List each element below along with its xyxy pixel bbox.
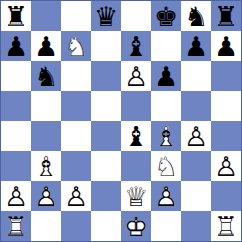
- chess-board-container: ♜♛♚♞♜♟♟♞♘♝♟♟♞♟♙♟♝♝♗♟♙♝♗♞♘♟♙♟♙♟♙♟♙♛♕♟♙♜♖♚…: [0, 0, 242, 242]
- square-a7[interactable]: ♟: [1, 31, 31, 61]
- square-d5[interactable]: [91, 91, 121, 121]
- square-f5[interactable]: [151, 91, 181, 121]
- square-e3[interactable]: [121, 151, 151, 181]
- piece-solid-glyph: ♝: [121, 31, 151, 61]
- square-f7[interactable]: [151, 31, 181, 61]
- black-rook-piece: ♜: [1, 1, 31, 31]
- square-f3[interactable]: ♞♘: [151, 151, 181, 181]
- square-h2[interactable]: [211, 181, 241, 211]
- piece-fill-glyph: ♟: [1, 181, 31, 211]
- white-queen-piece: ♛♕: [121, 181, 151, 211]
- square-a1[interactable]: ♜♖: [1, 211, 31, 241]
- square-h3[interactable]: ♟♙: [211, 151, 241, 181]
- square-g2[interactable]: [181, 181, 211, 211]
- piece-fill-glyph: ♝: [151, 121, 181, 151]
- black-pawn-piece: ♟: [31, 31, 61, 61]
- black-bishop-piece: ♝: [121, 31, 151, 61]
- square-c5[interactable]: [61, 91, 91, 121]
- black-rook-piece: ♜: [211, 1, 241, 31]
- piece-fill-glyph: ♟: [211, 151, 241, 181]
- piece-outline-glyph: ♙: [211, 151, 241, 181]
- square-e1[interactable]: ♚♔: [121, 211, 151, 241]
- square-g8[interactable]: ♞: [181, 1, 211, 31]
- square-g3[interactable]: [181, 151, 211, 181]
- piece-fill-glyph: ♝: [31, 151, 61, 181]
- square-c4[interactable]: [61, 121, 91, 151]
- square-c8[interactable]: [61, 1, 91, 31]
- piece-solid-glyph: ♟: [151, 61, 181, 91]
- square-b1[interactable]: [31, 211, 61, 241]
- piece-outline-glyph: ♙: [151, 181, 181, 211]
- square-f8[interactable]: ♚: [151, 1, 181, 31]
- square-d3[interactable]: [91, 151, 121, 181]
- square-e4[interactable]: ♝: [121, 121, 151, 151]
- square-b3[interactable]: ♝♗: [31, 151, 61, 181]
- piece-fill-glyph: ♟: [121, 61, 151, 91]
- white-pawn-piece: ♟♙: [181, 121, 211, 151]
- piece-solid-glyph: ♛: [91, 1, 121, 31]
- piece-fill-glyph: ♞: [61, 31, 91, 61]
- black-knight-piece: ♞: [181, 1, 211, 31]
- square-d1[interactable]: [91, 211, 121, 241]
- white-rook-piece: ♜♖: [211, 211, 241, 241]
- white-pawn-piece: ♟♙: [1, 181, 31, 211]
- square-d4[interactable]: [91, 121, 121, 151]
- piece-solid-glyph: ♟: [181, 31, 211, 61]
- square-h6[interactable]: [211, 61, 241, 91]
- piece-outline-glyph: ♙: [181, 121, 211, 151]
- black-king-piece: ♚: [151, 1, 181, 31]
- piece-outline-glyph: ♖: [1, 211, 31, 241]
- black-pawn-piece: ♟: [181, 31, 211, 61]
- white-king-piece: ♚♔: [121, 211, 151, 241]
- piece-fill-glyph: ♟: [61, 181, 91, 211]
- square-b5[interactable]: [31, 91, 61, 121]
- square-c3[interactable]: [61, 151, 91, 181]
- piece-outline-glyph: ♙: [1, 181, 31, 211]
- square-h7[interactable]: ♟: [211, 31, 241, 61]
- black-pawn-piece: ♟: [151, 61, 181, 91]
- square-h5[interactable]: [211, 91, 241, 121]
- square-f1[interactable]: [151, 211, 181, 241]
- piece-outline-glyph: ♗: [151, 121, 181, 151]
- square-d7[interactable]: [91, 31, 121, 61]
- piece-solid-glyph: ♚: [151, 1, 181, 31]
- piece-fill-glyph: ♞: [151, 151, 181, 181]
- square-b4[interactable]: [31, 121, 61, 151]
- piece-outline-glyph: ♙: [31, 181, 61, 211]
- piece-fill-glyph: ♚: [121, 211, 151, 241]
- square-g1[interactable]: [181, 211, 211, 241]
- square-e6[interactable]: ♟♙: [121, 61, 151, 91]
- white-bishop-piece: ♝♗: [151, 121, 181, 151]
- piece-fill-glyph: ♜: [1, 211, 31, 241]
- black-pawn-piece: ♟: [211, 31, 241, 61]
- piece-solid-glyph: ♜: [211, 1, 241, 31]
- piece-outline-glyph: ♙: [121, 61, 151, 91]
- piece-outline-glyph: ♕: [121, 181, 151, 211]
- white-bishop-piece: ♝♗: [31, 151, 61, 181]
- square-e7[interactable]: ♝: [121, 31, 151, 61]
- white-pawn-piece: ♟♙: [31, 181, 61, 211]
- white-rook-piece: ♜♖: [1, 211, 31, 241]
- black-bishop-piece: ♝: [121, 121, 151, 151]
- square-g5[interactable]: [181, 91, 211, 121]
- white-knight-piece: ♞♘: [61, 31, 91, 61]
- square-e8[interactable]: [121, 1, 151, 31]
- square-a2[interactable]: ♟♙: [1, 181, 31, 211]
- square-a5[interactable]: [1, 91, 31, 121]
- piece-outline-glyph: ♘: [151, 151, 181, 181]
- piece-fill-glyph: ♟: [151, 181, 181, 211]
- piece-fill-glyph: ♛: [121, 181, 151, 211]
- square-g7[interactable]: ♟: [181, 31, 211, 61]
- piece-solid-glyph: ♟: [31, 31, 61, 61]
- square-f2[interactable]: ♟♙: [151, 181, 181, 211]
- piece-solid-glyph: ♞: [181, 1, 211, 31]
- piece-solid-glyph: ♟: [1, 31, 31, 61]
- square-f6[interactable]: ♟: [151, 61, 181, 91]
- piece-outline-glyph: ♘: [61, 31, 91, 61]
- square-b8[interactable]: [31, 1, 61, 31]
- square-g6[interactable]: [181, 61, 211, 91]
- black-pawn-piece: ♟: [1, 31, 31, 61]
- square-h1[interactable]: ♜♖: [211, 211, 241, 241]
- white-pawn-piece: ♟♙: [211, 151, 241, 181]
- square-c7[interactable]: ♞♘: [61, 31, 91, 61]
- square-c1[interactable]: [61, 211, 91, 241]
- white-pawn-piece: ♟♙: [121, 61, 151, 91]
- square-c6[interactable]: [61, 61, 91, 91]
- square-d8[interactable]: ♛: [91, 1, 121, 31]
- white-pawn-piece: ♟♙: [151, 181, 181, 211]
- piece-fill-glyph: ♜: [211, 211, 241, 241]
- piece-outline-glyph: ♖: [211, 211, 241, 241]
- square-d2[interactable]: [91, 181, 121, 211]
- piece-fill-glyph: ♟: [31, 181, 61, 211]
- piece-solid-glyph: ♝: [121, 121, 151, 151]
- square-f4[interactable]: ♝♗: [151, 121, 181, 151]
- square-c2[interactable]: ♟♙: [61, 181, 91, 211]
- square-e5[interactable]: [121, 91, 151, 121]
- square-a8[interactable]: ♜: [1, 1, 31, 31]
- piece-outline-glyph: ♗: [31, 151, 61, 181]
- white-pawn-piece: ♟♙: [61, 181, 91, 211]
- piece-solid-glyph: ♞: [31, 61, 61, 91]
- piece-solid-glyph: ♜: [1, 1, 31, 31]
- square-d6[interactable]: [91, 61, 121, 91]
- square-a6[interactable]: [1, 61, 31, 91]
- black-queen-piece: ♛: [91, 1, 121, 31]
- black-knight-piece: ♞: [31, 61, 61, 91]
- square-b6[interactable]: ♞: [31, 61, 61, 91]
- white-knight-piece: ♞♘: [151, 151, 181, 181]
- square-h8[interactable]: ♜: [211, 1, 241, 31]
- piece-solid-glyph: ♟: [211, 31, 241, 61]
- square-a3[interactable]: [1, 151, 31, 181]
- piece-outline-glyph: ♔: [121, 211, 151, 241]
- square-b2[interactable]: ♟♙: [31, 181, 61, 211]
- square-h4[interactable]: [211, 121, 241, 151]
- square-a4[interactable]: [1, 121, 31, 151]
- piece-outline-glyph: ♙: [61, 181, 91, 211]
- square-b7[interactable]: ♟: [31, 31, 61, 61]
- square-g4[interactable]: ♟♙: [181, 121, 211, 151]
- chess-board: ♜♛♚♞♜♟♟♞♘♝♟♟♞♟♙♟♝♝♗♟♙♝♗♞♘♟♙♟♙♟♙♟♙♛♕♟♙♜♖♚…: [0, 0, 242, 242]
- square-e2[interactable]: ♛♕: [121, 181, 151, 211]
- piece-fill-glyph: ♟: [181, 121, 211, 151]
